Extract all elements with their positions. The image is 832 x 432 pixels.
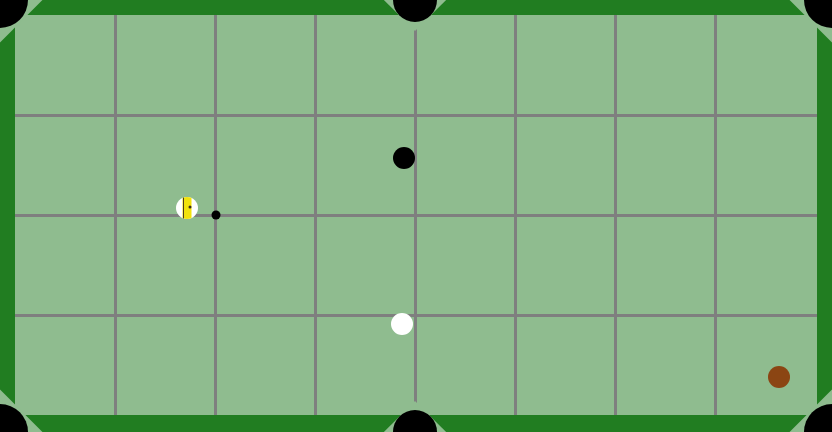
pool-table: [0, 0, 832, 432]
yellow-striped-ball[interactable]: [176, 197, 198, 219]
grid-line-horizontal: [15, 214, 817, 217]
ball-stripe-edge: [183, 197, 184, 219]
spot-marker: [212, 211, 221, 220]
black-eight-ball[interactable]: [393, 147, 415, 169]
grid-line-horizontal: [15, 114, 817, 117]
ball-number-dot: [189, 206, 192, 209]
cue-ball[interactable]: [391, 313, 413, 335]
brown-seven-ball[interactable]: [768, 366, 790, 388]
grid-line-horizontal: [15, 314, 817, 317]
